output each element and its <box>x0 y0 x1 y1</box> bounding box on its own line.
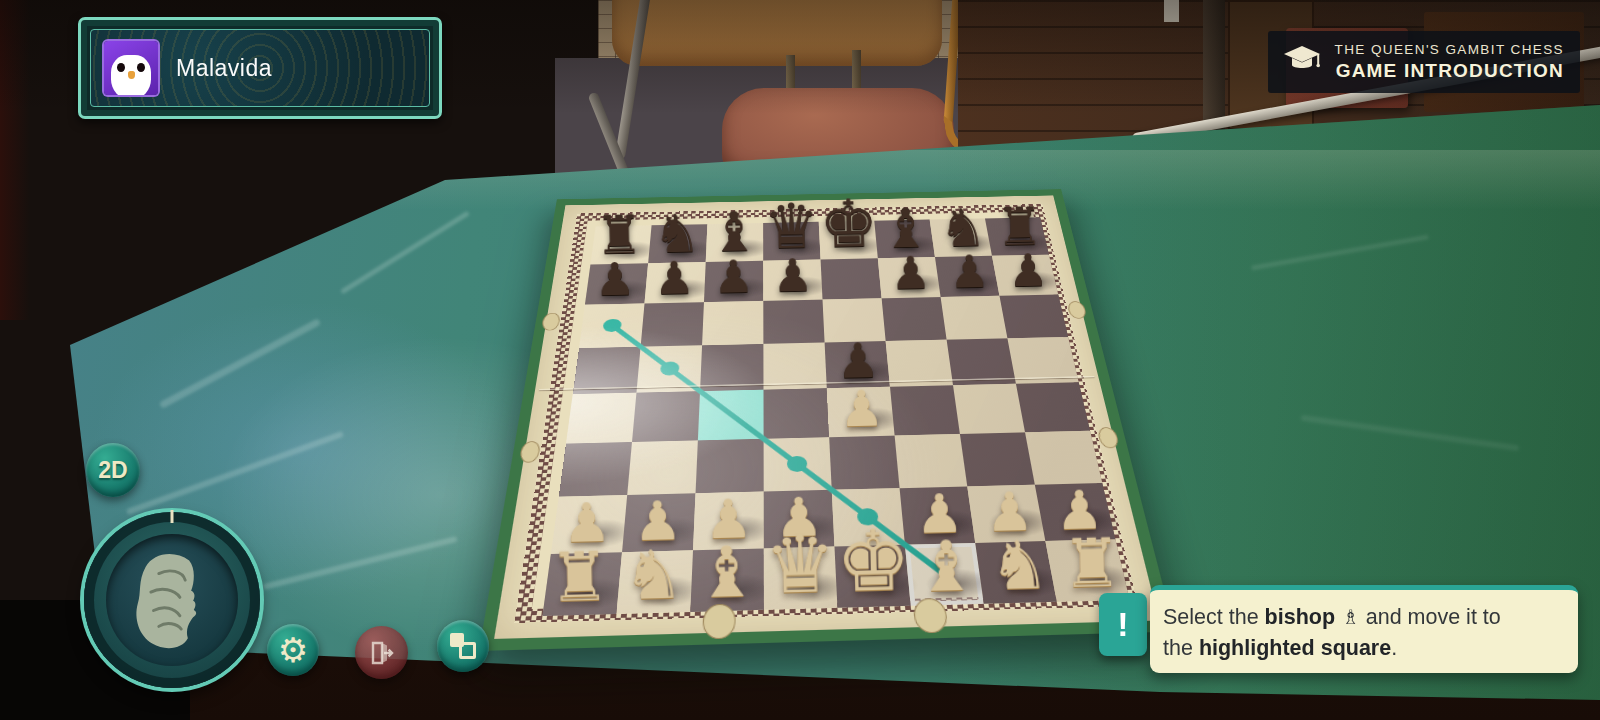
banner-title: THE QUEEN'S GAMBIT CHESS <box>1335 42 1564 57</box>
tutorial-line-2: the highlighted square. <box>1163 633 1578 664</box>
white-tag <box>1164 0 1179 22</box>
black-pawn-g7[interactable]: ♟ <box>948 248 989 294</box>
square-e1[interactable]: ♚ <box>834 545 910 608</box>
black-pawn-b7[interactable]: ♟ <box>653 255 695 301</box>
exit-button[interactable] <box>355 626 408 679</box>
black-pawn-a7[interactable]: ♟ <box>594 256 636 302</box>
exit-door-icon <box>369 640 395 666</box>
white-knight-b1[interactable]: ♞ <box>622 540 684 609</box>
graduation-cap-icon <box>1282 43 1322 81</box>
player-nameplate: Malavida <box>78 17 442 119</box>
tutorial-line-1: Select the bishop ♗ and move it to <box>1163 602 1578 633</box>
bishop-glyph: ♗ <box>1335 605 1366 629</box>
tutorial-message: Select the bishop ♗ and move it to the h… <box>1150 585 1578 673</box>
penguin-eye <box>137 63 145 72</box>
mode-banner: THE QUEEN'S GAMBIT CHESS GAME INTRODUCTI… <box>1268 31 1580 93</box>
white-queen-d1[interactable]: ♛ <box>763 525 836 606</box>
white-knight-g1[interactable]: ♞ <box>988 531 1050 600</box>
black-pawn-e5[interactable]: ♟ <box>836 336 880 385</box>
view-2d-button[interactable]: 2D <box>86 443 140 497</box>
board-scene: ♜♞♝♛♚♝♞♜♟♟♟♟♟♟♟♟♟♟♟♟♟♟♟♟♜♞♝♛♚♝♞♜ <box>428 100 1208 700</box>
black-pawn-h7[interactable]: ♟ <box>1007 247 1048 293</box>
square-c1[interactable]: ♝ <box>690 548 764 611</box>
border-ornament <box>1096 427 1120 448</box>
exclamation-icon: ! <box>1117 605 1128 644</box>
penguin-eye <box>117 63 125 72</box>
view-2d-label: 2D <box>98 457 127 484</box>
room-left-edge <box>0 0 30 320</box>
board-squares: ♜♞♝♛♚♝♞♜♟♟♟♟♟♟♟♟♟♟♟♟♟♟♟♟♜♞♝♛♚♝♞♜ <box>542 217 1129 616</box>
border-ornament <box>541 312 561 330</box>
white-bishop-c1[interactable]: ♝ <box>694 536 758 608</box>
white-king-e1[interactable]: ♚ <box>834 518 911 604</box>
settings-button[interactable]: ⚙ <box>267 624 319 676</box>
penguin-beak <box>128 71 135 79</box>
banner-subtitle: GAME INTRODUCTION <box>1335 60 1564 82</box>
game-screen: ♜♞♝♛♚♝♞♜♟♟♟♟♟♟♟♟♟♟♟♟♟♟♟♟♜♞♝♛♚♝♞♜ Malavid… <box>0 0 1600 720</box>
square-e8[interactable]: ♚ <box>819 221 878 260</box>
player-avatar <box>104 41 158 95</box>
square-f1[interactable]: ♝ <box>905 543 984 606</box>
square-d1[interactable]: ♛ <box>764 547 838 610</box>
black-king-e8[interactable]: ♚ <box>818 191 878 258</box>
square-a1[interactable]: ♜ <box>542 552 622 616</box>
chair-backrest <box>612 0 942 66</box>
nameplate-inner: Malavida <box>90 29 430 107</box>
white-pawn-e4[interactable]: ♟ <box>838 383 884 434</box>
tutorial-alert-badge: ! <box>1099 593 1147 656</box>
overlapping-squares-icon <box>450 633 476 659</box>
white-bishop-f1[interactable]: ♝ <box>914 530 978 601</box>
white-rook-a1[interactable]: ♜ <box>548 542 611 611</box>
border-ornament <box>1066 301 1087 319</box>
square-b1[interactable]: ♞ <box>616 550 693 614</box>
board-style-button[interactable] <box>437 620 489 672</box>
gear-icon: ⚙ <box>278 630 308 670</box>
white-rook-h1[interactable]: ♜ <box>1061 529 1122 598</box>
chess-board: ♜♞♝♛♚♝♞♜♟♟♟♟♟♟♟♟♟♟♟♟♟♟♟♟♜♞♝♛♚♝♞♜ <box>479 189 1175 651</box>
player-name: Malavida <box>176 55 272 82</box>
black-pawn-f7[interactable]: ♟ <box>890 250 931 296</box>
border-ornament <box>519 441 541 463</box>
black-pawn-d7[interactable]: ♟ <box>772 252 813 298</box>
woman-profile-medallion <box>84 512 260 688</box>
medallion-tick <box>171 510 174 523</box>
black-pawn-c7[interactable]: ♟ <box>712 253 754 299</box>
woman-profile-icon <box>106 534 238 666</box>
medallion-disc <box>106 534 238 666</box>
